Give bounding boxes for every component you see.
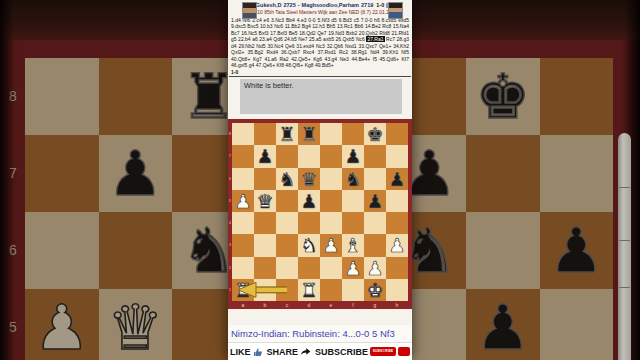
square-e1[interactable] — [320, 279, 342, 301]
square-h5 — [540, 289, 614, 360]
black-pawn-piece[interactable]: ♟ — [342, 145, 364, 167]
square-a6 — [25, 212, 99, 289]
file-label-b: b — [254, 301, 276, 309]
black-pawn-piece[interactable]: ♟ — [386, 168, 408, 190]
video-overlay-panel: Gukesh,D 2725 - Maghsoodloo,Parham 2719 … — [228, 0, 412, 360]
square-a4[interactable] — [232, 212, 254, 234]
black-player-photo — [388, 2, 403, 19]
square-h6[interactable]: ♟ — [386, 168, 408, 190]
current-move-highlight[interactable]: 27.Ra1 — [366, 36, 384, 42]
rank-label-1: 1 — [228, 279, 232, 301]
file-label-f: f — [342, 301, 364, 309]
square-e4[interactable] — [320, 212, 342, 234]
square-g6[interactable] — [364, 168, 386, 190]
square-g2[interactable]: ♟ — [364, 257, 386, 279]
evaluation-bar — [618, 133, 631, 360]
black-player-elo: 2719 — [361, 2, 373, 8]
square-f3[interactable]: ♝ — [342, 234, 364, 256]
white-queen-piece: ♛ — [99, 289, 173, 360]
square-b5: ♛ — [99, 289, 173, 360]
square-e3[interactable]: ♟ — [320, 234, 342, 256]
square-b3[interactable] — [254, 234, 276, 256]
square-h2[interactable] — [386, 257, 408, 279]
square-b4[interactable] — [254, 212, 276, 234]
share-group[interactable]: SHARE — [267, 347, 312, 357]
black-knight-piece[interactable]: ♞ — [276, 168, 298, 190]
divider — [229, 76, 411, 77]
square-a7 — [25, 135, 99, 212]
evaluation-bar-tick — [619, 287, 630, 288]
square-b1[interactable] — [254, 279, 276, 301]
black-pawn-piece[interactable]: ♟ — [364, 190, 386, 212]
move-list[interactable]: 1.d4 Nf6 2.c4 e6 3.Nc3 Bb4 4.e3 0-0 5.Nf… — [228, 15, 412, 69]
white-player-photo — [242, 2, 257, 19]
square-b2[interactable] — [254, 257, 276, 279]
square-h8 — [540, 58, 614, 135]
white-pawn-piece[interactable]: ♟ — [342, 257, 364, 279]
evaluation-text-box: White is better. — [240, 79, 402, 114]
square-e8[interactable] — [320, 123, 342, 145]
square-f5[interactable] — [342, 190, 364, 212]
evaluation-bar-tick — [619, 240, 630, 241]
subscribe-button[interactable]: SUBSCRIBE — [315, 347, 368, 357]
square-d7[interactable] — [298, 145, 320, 167]
square-b6 — [99, 212, 173, 289]
file-label-g: g — [364, 301, 386, 309]
square-f6[interactable]: ♞ — [342, 168, 364, 190]
thumbs-up-icon[interactable] — [253, 347, 263, 357]
square-c2[interactable] — [276, 257, 298, 279]
background-rank-label-6: 6 — [5, 212, 21, 289]
square-h3[interactable]: ♟ — [386, 234, 408, 256]
share-button[interactable]: SHARE — [267, 347, 299, 357]
square-d2[interactable] — [298, 257, 320, 279]
players-title-row: Gukesh,D 2725 - Maghsoodloo,Parham 2719 … — [254, 2, 386, 8]
file-label-h: h — [386, 301, 408, 309]
square-d5[interactable]: ♟ — [298, 190, 320, 212]
square-e7[interactable] — [320, 145, 342, 167]
white-queen-piece[interactable]: ♛ — [254, 190, 276, 212]
file-label-a: a — [232, 301, 254, 309]
square-g8: ♚ — [466, 58, 540, 135]
square-c3[interactable] — [276, 234, 298, 256]
white-pawn-piece: ♟ — [25, 289, 99, 360]
square-c5[interactable] — [276, 190, 298, 212]
square-f7[interactable]: ♟ — [342, 145, 364, 167]
white-player-name: Gukesh,D — [256, 2, 282, 8]
rank-label-5: 5 — [228, 190, 232, 212]
square-g7[interactable] — [364, 145, 386, 167]
white-pawn-piece[interactable]: ♟ — [386, 234, 408, 256]
square-b7[interactable]: ♟ — [254, 145, 276, 167]
rank-label-2: 2 — [228, 257, 232, 279]
square-h1[interactable] — [386, 279, 408, 301]
square-h7[interactable] — [386, 145, 408, 167]
board-file-labels: abcdefgh — [232, 301, 408, 309]
square-g5: ♟ — [466, 289, 540, 360]
square-a1[interactable]: ♜ — [232, 279, 254, 301]
square-g6 — [466, 212, 540, 289]
square-b8[interactable] — [254, 123, 276, 145]
square-e6[interactable] — [320, 168, 342, 190]
square-g3[interactable] — [364, 234, 386, 256]
white-king-piece[interactable]: ♚ — [364, 279, 386, 301]
square-c1[interactable] — [276, 279, 298, 301]
black-king-piece[interactable]: ♚ — [364, 123, 386, 145]
subscribe-red-button-clipped[interactable] — [398, 347, 410, 356]
square-g8[interactable]: ♚ — [364, 123, 386, 145]
action-bar: LIKE SHARE SUBSCRIBE SUBSCRIBE — [228, 342, 412, 360]
square-a8[interactable] — [232, 123, 254, 145]
black-pawn-piece[interactable]: ♟ — [298, 190, 320, 212]
like-button[interactable]: LIKE — [230, 347, 251, 357]
black-pawn-piece: ♟ — [466, 289, 540, 360]
rank-label-8: 8 — [228, 123, 232, 145]
file-label-c: c — [276, 301, 298, 309]
black-pawn-piece[interactable]: ♟ — [254, 145, 276, 167]
square-h5[interactable] — [386, 190, 408, 212]
square-e2[interactable] — [320, 257, 342, 279]
square-b8 — [99, 58, 173, 135]
square-b6[interactable] — [254, 168, 276, 190]
black-player-name: Maghsoodloo,Parham — [302, 2, 359, 8]
square-h6: ♟ — [540, 212, 614, 289]
black-rook-piece[interactable]: ♜ — [298, 123, 320, 145]
square-g4[interactable] — [364, 212, 386, 234]
white-pawn-piece[interactable]: ♟ — [364, 257, 386, 279]
subscribe-group[interactable]: SUBSCRIBE SUBSCRIBE — [315, 347, 402, 357]
square-d6[interactable]: ♛ — [298, 168, 320, 190]
square-f2[interactable]: ♟ — [342, 257, 364, 279]
square-a3[interactable] — [232, 234, 254, 256]
event-line: E10 85th Tata Steel Masters Wijk aan Zee… — [254, 9, 386, 15]
square-c8[interactable]: ♜ — [276, 123, 298, 145]
white-knight-piece[interactable]: ♞ — [298, 234, 320, 256]
square-d4[interactable] — [298, 212, 320, 234]
white-pawn-piece[interactable]: ♟ — [232, 190, 254, 212]
rank-label-4: 4 — [228, 212, 232, 234]
square-f4[interactable] — [342, 212, 364, 234]
square-f1[interactable] — [342, 279, 364, 301]
square-a5: ♟ — [25, 289, 99, 360]
white-pawn-piece[interactable]: ♟ — [320, 234, 342, 256]
square-e5[interactable] — [320, 190, 342, 212]
white-bishop-piece[interactable]: ♝ — [342, 234, 364, 256]
opening-caption: Nimzo-Indian: Rubinstein: 4...0-0 5 Nf3 — [228, 325, 412, 342]
black-rook-piece[interactable]: ♜ — [276, 123, 298, 145]
players-separator: - — [298, 2, 300, 8]
square-a8 — [25, 58, 99, 135]
like-group[interactable]: LIKE — [230, 347, 263, 357]
black-knight-piece[interactable]: ♞ — [342, 168, 364, 190]
square-a2[interactable] — [232, 257, 254, 279]
black-pawn-piece: ♟ — [99, 135, 173, 212]
square-g7 — [466, 135, 540, 212]
black-queen-piece[interactable]: ♛ — [298, 168, 320, 190]
share-arrow-icon[interactable] — [300, 347, 311, 356]
result-line: 1-0 — [228, 69, 412, 76]
square-f8[interactable] — [342, 123, 364, 145]
spacer — [228, 309, 412, 325]
subscribe-red-button[interactable]: SUBSCRIBE — [370, 347, 396, 356]
file-label-d: d — [298, 301, 320, 309]
square-d8[interactable]: ♜ — [298, 123, 320, 145]
chess-board: ♜♜♚♟♟♞♛♞♟♟♛♟♟♞♟♝♟♟♟♜♜♚ — [232, 123, 408, 301]
square-c4[interactable] — [276, 212, 298, 234]
square-b5[interactable]: ♛ — [254, 190, 276, 212]
black-pawn-piece: ♟ — [540, 212, 614, 289]
chess-board-frame: ♜♜♚♟♟♞♛♞♟♟♛♟♟♞♟♝♟♟♟♜♜♚ 87654321 abcdefgh — [228, 119, 412, 309]
background-rank-label-7: 7 — [5, 135, 21, 212]
square-b7: ♟ — [99, 135, 173, 212]
background-rank-label-5: 5 — [5, 289, 21, 360]
square-h7 — [540, 135, 614, 212]
rank-label-7: 7 — [228, 145, 232, 167]
white-rook-piece[interactable]: ♜ — [298, 279, 320, 301]
black-king-piece: ♚ — [466, 58, 540, 135]
square-a7[interactable] — [232, 145, 254, 167]
square-d3[interactable]: ♞ — [298, 234, 320, 256]
white-rook-piece[interactable]: ♜ — [232, 279, 254, 301]
rank-label-3: 3 — [228, 234, 232, 256]
square-d1[interactable]: ♜ — [298, 279, 320, 301]
square-c7[interactable] — [276, 145, 298, 167]
game-header: Gukesh,D 2725 - Maghsoodloo,Parham 2719 … — [228, 0, 412, 15]
square-h8[interactable] — [386, 123, 408, 145]
file-label-e: e — [320, 301, 342, 309]
rank-label-6: 6 — [228, 168, 232, 190]
square-g1[interactable]: ♚ — [364, 279, 386, 301]
evaluation-bar-tick — [619, 187, 630, 188]
board-rank-labels: 87654321 — [228, 123, 232, 301]
square-a5[interactable]: ♟ — [232, 190, 254, 212]
square-h4[interactable] — [386, 212, 408, 234]
white-player-elo: 2725 — [283, 2, 295, 8]
square-g5[interactable]: ♟ — [364, 190, 386, 212]
square-c6[interactable]: ♞ — [276, 168, 298, 190]
square-a6[interactable] — [232, 168, 254, 190]
background-rank-label-8: 8 — [5, 58, 21, 135]
game-result: 1-0 — [376, 2, 384, 8]
